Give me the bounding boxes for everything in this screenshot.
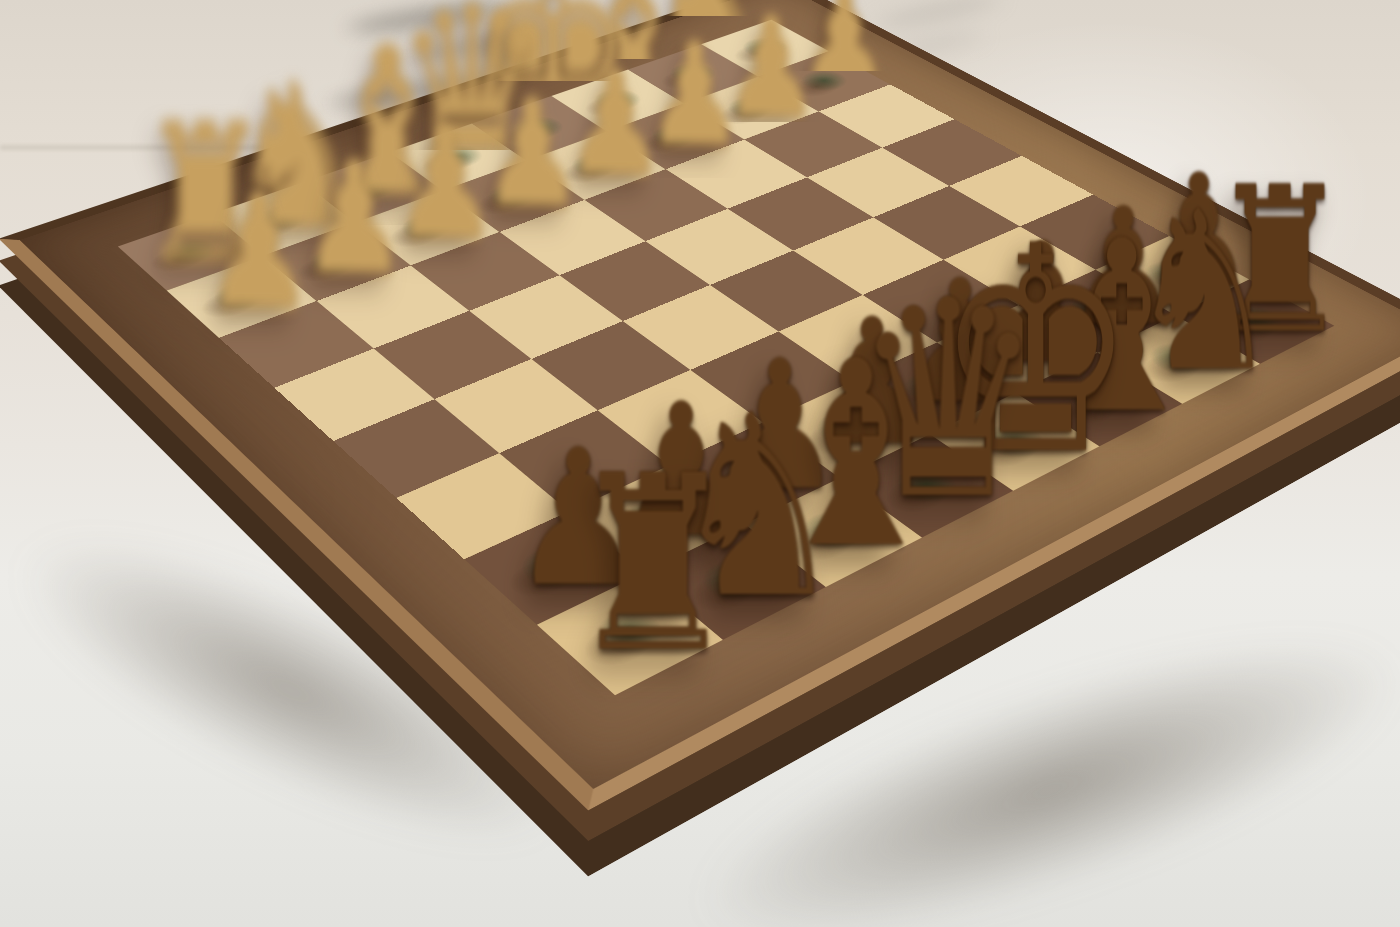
chessboard-3d: ♜♞♝♛♚♝♞♜♟♟♟♟♟♟♟♟♟♟♟♟♟♟♟♟♜♞♝♛♚♝♞♜ [0,0,1400,810]
scene: ♜♞♝♛♚♝♞♜♟♟♟♟♟♟♟♟♟♟♟♟♟♟♟♟♜♞♝♛♚♝♞♜ [0,0,1400,927]
photo-frame: ♜♞♝♛♚♝♞♜♟♟♟♟♟♟♟♟♟♟♟♟♟♟♟♟♜♞♝♛♚♝♞♜ [0,0,1400,927]
piece-white-pawn-a2[interactable]: ♟ [154,178,365,329]
piece-black-rook-a8[interactable]: ♜ [524,450,783,680]
board-grid: ♜♞♝♛♚♝♞♜♟♟♟♟♟♟♟♟♟♟♟♟♟♟♟♟♜♞♝♛♚♝♞♜ [118,20,1334,695]
